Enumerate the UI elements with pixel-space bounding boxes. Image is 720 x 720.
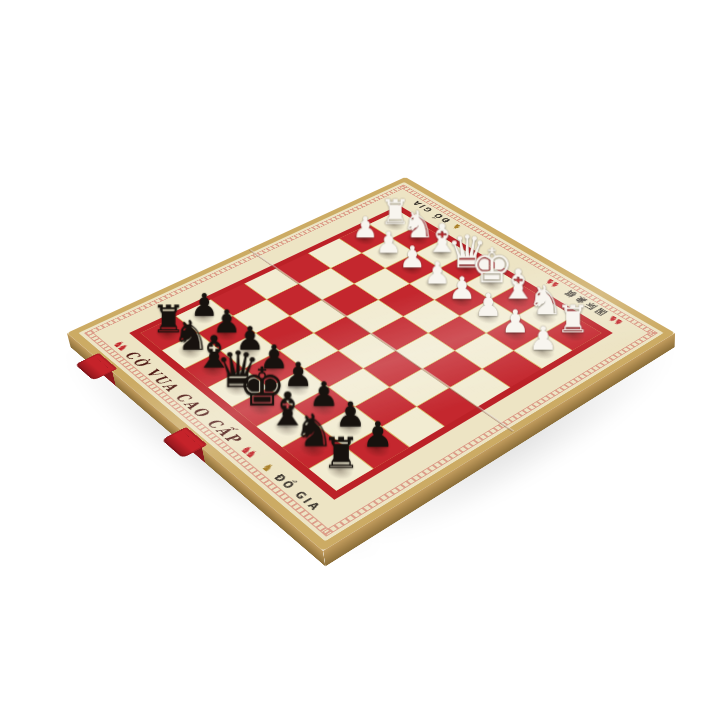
white-pawn: ♟ (449, 273, 477, 304)
red-knights-emblem-icon: ♞♞ (543, 278, 563, 289)
white-rook: ♜ (556, 300, 590, 338)
white-pawn: ♟ (399, 242, 426, 272)
board-face: ♞♞ CỜ VUA CAO CẤP ♞♞ ♞ ĐỒ GIA ♞♞ 国际象棋 ♞♞… (67, 177, 675, 551)
white-pawn: ♟ (474, 289, 502, 321)
lion-logo-icon: ♞ (449, 222, 465, 231)
red-knights-emblem-icon: ♞♞ (237, 444, 260, 459)
white-pawn: ♟ (529, 323, 558, 356)
black-pawn: ♟ (362, 417, 394, 452)
white-pawn: ♟ (501, 305, 530, 337)
lion-logo-icon: ♞ (258, 461, 278, 474)
scene: ♞♞ CỜ VUA CAO CẤP ♞♞ ♞ ĐỒ GIA ♞♞ 国际象棋 ♞♞… (0, 0, 720, 720)
product-photo: ♞♞ CỜ VUA CAO CẤP ♞♞ ♞ ĐỒ GIA ♞♞ 国际象棋 ♞♞… (0, 0, 720, 720)
red-knights-emblem-icon: ♞♞ (110, 339, 131, 352)
black-rook: ♜ (322, 432, 360, 475)
board-grid: ♜♞♝♛♚♝♞♜♟♟♟♟♟♟♟♟♟♟♟♟♟♟♟♟♜♞♝♛♚♝♞♜ (140, 211, 601, 491)
white-pawn: ♟ (423, 257, 450, 288)
chess-board: ♞♞ CỜ VUA CAO CẤP ♞♞ ♞ ĐỒ GIA ♞♞ 国际象棋 ♞♞… (67, 177, 675, 551)
red-knights-emblem-icon: ♞♞ (606, 315, 627, 327)
white-pawn: ♟ (375, 227, 402, 257)
